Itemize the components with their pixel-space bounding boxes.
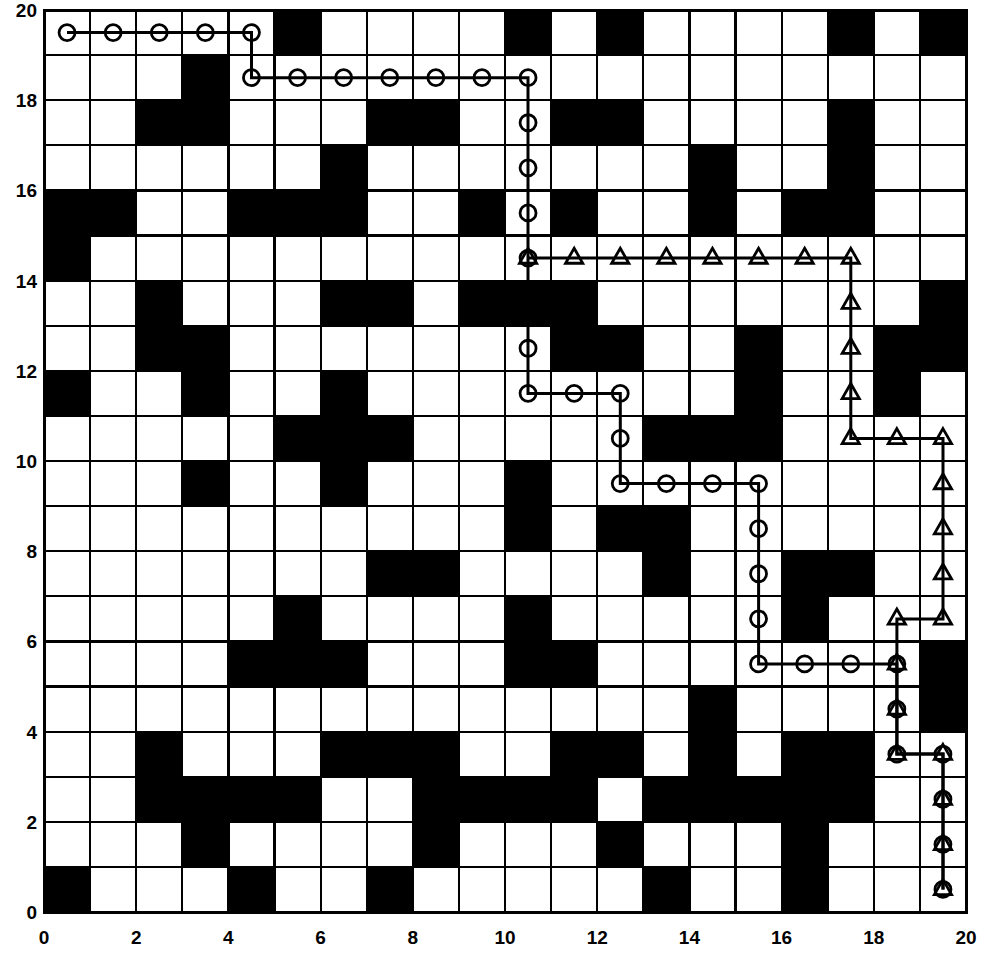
obstacle-cell-8-17 [413,100,459,145]
obstacle-cell-5-19 [275,10,321,55]
obstacle-cell-16-6 [782,596,828,641]
obstacle-cell-8-7 [413,551,459,596]
x-tick-label: 10 [494,927,515,948]
obstacle-cell-17-15 [828,190,874,235]
y-tick-label: 20 [16,0,37,21]
x-tick-label: 4 [223,927,234,948]
obstacle-cell-6-9 [321,461,367,506]
obstacle-cell-16-1 [782,822,828,867]
obstacle-cell-7-3 [367,732,413,777]
obstacle-cell-2-17 [136,100,182,145]
obstacle-cell-17-17 [828,100,874,145]
obstacle-cell-12-1 [597,822,643,867]
y-tick-label: 2 [26,812,37,833]
obstacle-cell-6-5 [321,641,367,686]
y-tick-label: 8 [26,541,37,562]
obstacle-cell-0-0 [44,867,90,912]
obstacle-cell-14-15 [689,190,735,235]
obstacle-cell-6-16 [321,145,367,190]
obstacle-cell-5-15 [275,190,321,235]
obstacle-cell-16-7 [782,551,828,596]
x-tick-label: 0 [39,927,50,948]
obstacle-cell-0-15 [44,190,90,235]
obstacle-cell-4-15 [228,190,274,235]
obstacle-cell-4-5 [228,641,274,686]
obstacle-cell-3-12 [182,326,228,371]
obstacle-cell-5-2 [275,777,321,822]
obstacle-cell-2-12 [136,326,182,371]
obstacle-cell-14-2 [689,777,735,822]
obstacle-cell-9-13 [459,281,505,326]
obstacle-cell-11-2 [551,777,597,822]
x-tick-label: 2 [131,927,142,948]
x-tick-label: 16 [771,927,792,948]
obstacle-cell-15-2 [736,777,782,822]
obstacle-cell-15-12 [736,326,782,371]
y-tick-label: 10 [16,451,37,472]
x-tick-label: 20 [955,927,976,948]
obstacle-cell-7-10 [367,416,413,461]
obstacle-cell-11-15 [551,190,597,235]
obstacle-cell-4-0 [228,867,274,912]
obstacle-cell-16-0 [782,867,828,912]
obstacle-cell-7-0 [367,867,413,912]
obstacle-cell-17-16 [828,145,874,190]
obstacle-cell-2-2 [136,777,182,822]
y-tick-label: 14 [16,271,38,292]
obstacle-cell-9-2 [459,777,505,822]
pathfinding-figure: 0246810121416182002468101214161820 [0,0,986,954]
obstacle-cell-0-14 [44,236,90,281]
board-svg: 0246810121416182002468101214161820 [0,0,986,954]
obstacle-cell-14-10 [689,416,735,461]
obstacle-cell-6-13 [321,281,367,326]
obstacle-cell-8-1 [413,822,459,867]
obstacle-cell-12-12 [597,326,643,371]
obstacle-cell-13-0 [643,867,689,912]
obstacle-cell-8-3 [413,732,459,777]
obstacle-cell-10-19 [505,10,551,55]
obstacle-cell-14-16 [689,145,735,190]
obstacle-cell-3-1 [182,822,228,867]
obstacle-cell-11-12 [551,326,597,371]
y-tick-label: 18 [16,90,37,111]
obstacle-cell-2-13 [136,281,182,326]
obstacle-cell-12-19 [597,10,643,55]
obstacle-cell-16-3 [782,732,828,777]
obstacle-cell-7-7 [367,551,413,596]
obstacle-cell-19-5 [920,641,966,686]
obstacle-cell-4-2 [228,777,274,822]
obstacle-cell-17-7 [828,551,874,596]
obstacle-cell-13-7 [643,551,689,596]
obstacle-cell-10-6 [505,596,551,641]
y-tick-label: 0 [26,902,37,923]
obstacle-cell-19-12 [920,326,966,371]
obstacle-cell-16-15 [782,190,828,235]
obstacle-cell-5-6 [275,596,321,641]
obstacle-cell-15-10 [736,416,782,461]
obstacle-cell-6-10 [321,416,367,461]
obstacle-cell-12-17 [597,100,643,145]
obstacle-cell-13-2 [643,777,689,822]
obstacle-cell-19-4 [920,687,966,732]
obstacle-cell-17-2 [828,777,874,822]
obstacle-cell-6-3 [321,732,367,777]
obstacle-cell-6-15 [321,190,367,235]
obstacle-cell-3-9 [182,461,228,506]
obstacle-cell-5-5 [275,641,321,686]
obstacle-cell-14-3 [689,732,735,777]
x-tick-label: 6 [315,927,326,948]
obstacle-cell-13-10 [643,416,689,461]
obstacle-cell-10-9 [505,461,551,506]
x-tick-label: 12 [587,927,608,948]
obstacle-cell-6-11 [321,371,367,416]
obstacle-cell-16-2 [782,777,828,822]
obstacle-cell-5-10 [275,416,321,461]
obstacle-cell-14-4 [689,687,735,732]
obstacle-cell-7-13 [367,281,413,326]
obstacle-cell-8-2 [413,777,459,822]
obstacle-cell-3-18 [182,55,228,100]
y-tick-label: 16 [16,180,37,201]
obstacle-cell-12-8 [597,506,643,551]
obstacle-cell-7-17 [367,100,413,145]
obstacle-cell-15-11 [736,371,782,416]
obstacle-cell-18-12 [874,326,920,371]
obstacle-cell-11-17 [551,100,597,145]
obstacle-cell-11-3 [551,732,597,777]
obstacle-cell-3-2 [182,777,228,822]
obstacle-cell-3-17 [182,100,228,145]
obstacle-cell-2-3 [136,732,182,777]
obstacle-cell-11-13 [551,281,597,326]
x-tick-label: 14 [679,927,701,948]
obstacle-cell-3-11 [182,371,228,416]
obstacle-cell-10-2 [505,777,551,822]
x-tick-label: 18 [863,927,884,948]
obstacle-cell-0-11 [44,371,90,416]
y-tick-label: 12 [16,361,37,382]
obstacle-cell-13-8 [643,506,689,551]
x-tick-label: 8 [408,927,419,948]
obstacle-cell-18-11 [874,371,920,416]
obstacle-cell-9-15 [459,190,505,235]
obstacle-cell-11-5 [551,641,597,686]
obstacle-cell-12-3 [597,732,643,777]
y-tick-label: 4 [26,722,37,743]
obstacle-cell-10-8 [505,506,551,551]
obstacle-cell-17-19 [828,10,874,55]
obstacle-cell-1-15 [90,190,136,235]
obstacle-cell-19-19 [920,10,966,55]
obstacle-cell-10-5 [505,641,551,686]
obstacle-cell-17-3 [828,732,874,777]
obstacle-cell-19-13 [920,281,966,326]
y-tick-label: 6 [26,631,37,652]
